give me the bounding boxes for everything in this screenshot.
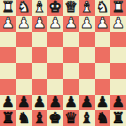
square-a3[interactable] <box>110 32 126 48</box>
square-g7[interactable]: ♟ <box>16 95 32 111</box>
square-e6[interactable] <box>47 79 63 95</box>
piece-white-pawn[interactable]: ♟ <box>33 16 46 31</box>
piece-white-knight[interactable]: ♞ <box>96 0 109 15</box>
square-a1[interactable]: ♜ <box>110 0 126 16</box>
piece-white-bishop[interactable]: ♝ <box>80 0 93 15</box>
piece-white-rook[interactable]: ♜ <box>1 0 14 15</box>
square-f8[interactable]: ♝ <box>32 110 48 126</box>
piece-white-king[interactable]: ♚ <box>48 0 61 15</box>
square-h2[interactable]: ♟ <box>0 16 16 32</box>
square-e7[interactable]: ♟ <box>47 95 63 111</box>
square-d7[interactable]: ♟ <box>63 95 79 111</box>
piece-black-rook[interactable]: ♜ <box>1 111 14 126</box>
square-h7[interactable]: ♟ <box>0 95 16 111</box>
square-g6[interactable] <box>16 79 32 95</box>
piece-black-pawn[interactable]: ♟ <box>1 95 14 110</box>
piece-white-knight[interactable]: ♞ <box>17 0 30 15</box>
square-c1[interactable]: ♝ <box>79 0 95 16</box>
piece-black-pawn[interactable]: ♟ <box>96 95 109 110</box>
square-c8[interactable]: ♝ <box>79 110 95 126</box>
square-g1[interactable]: ♞ <box>16 0 32 16</box>
square-c3[interactable] <box>79 32 95 48</box>
square-h8[interactable]: ♜ <box>0 110 16 126</box>
square-d2[interactable]: ♟ <box>63 16 79 32</box>
square-d3[interactable] <box>63 32 79 48</box>
square-g4[interactable] <box>16 47 32 63</box>
square-f7[interactable]: ♟ <box>32 95 48 111</box>
piece-black-pawn[interactable]: ♟ <box>17 95 30 110</box>
piece-black-bishop[interactable]: ♝ <box>80 111 93 126</box>
square-b7[interactable]: ♟ <box>95 95 111 111</box>
piece-black-pawn[interactable]: ♟ <box>80 95 93 110</box>
square-b8[interactable]: ♞ <box>95 110 111 126</box>
square-e2[interactable]: ♟ <box>47 16 63 32</box>
square-d8[interactable]: ♛ <box>63 110 79 126</box>
piece-white-rook[interactable]: ♜ <box>111 0 124 15</box>
square-a2[interactable]: ♟ <box>110 16 126 32</box>
square-b5[interactable] <box>95 63 111 79</box>
square-h5[interactable] <box>0 63 16 79</box>
square-c5[interactable] <box>79 63 95 79</box>
square-d4[interactable] <box>63 47 79 63</box>
square-c7[interactable]: ♟ <box>79 95 95 111</box>
piece-white-bishop[interactable]: ♝ <box>33 0 46 15</box>
piece-black-knight[interactable]: ♞ <box>17 111 30 126</box>
piece-white-pawn[interactable]: ♟ <box>64 16 77 31</box>
square-g5[interactable] <box>16 63 32 79</box>
square-b1[interactable]: ♞ <box>95 0 111 16</box>
piece-black-pawn[interactable]: ♟ <box>111 95 124 110</box>
square-g8[interactable]: ♞ <box>16 110 32 126</box>
square-h4[interactable] <box>0 47 16 63</box>
square-f4[interactable] <box>32 47 48 63</box>
square-a6[interactable] <box>110 79 126 95</box>
square-e8[interactable]: ♚ <box>47 110 63 126</box>
piece-black-king[interactable]: ♚ <box>48 111 61 126</box>
square-a7[interactable]: ♟ <box>110 95 126 111</box>
piece-black-pawn[interactable]: ♟ <box>48 95 61 110</box>
piece-white-pawn[interactable]: ♟ <box>111 16 124 31</box>
piece-white-pawn[interactable]: ♟ <box>1 16 14 31</box>
square-a8[interactable]: ♜ <box>110 110 126 126</box>
square-b6[interactable] <box>95 79 111 95</box>
square-f3[interactable] <box>32 32 48 48</box>
square-b3[interactable] <box>95 32 111 48</box>
square-h1[interactable]: ♜ <box>0 0 16 16</box>
piece-white-pawn[interactable]: ♟ <box>80 16 93 31</box>
piece-black-pawn[interactable]: ♟ <box>33 95 46 110</box>
square-g2[interactable]: ♟ <box>16 16 32 32</box>
square-h6[interactable] <box>0 79 16 95</box>
piece-black-bishop[interactable]: ♝ <box>33 111 46 126</box>
square-c6[interactable] <box>79 79 95 95</box>
square-e1[interactable]: ♚ <box>47 0 63 16</box>
square-d1[interactable]: ♛ <box>63 0 79 16</box>
piece-white-pawn[interactable]: ♟ <box>48 16 61 31</box>
square-c4[interactable] <box>79 47 95 63</box>
square-a4[interactable] <box>110 47 126 63</box>
square-b2[interactable]: ♟ <box>95 16 111 32</box>
piece-white-pawn[interactable]: ♟ <box>17 16 30 31</box>
square-f5[interactable] <box>32 63 48 79</box>
square-e4[interactable] <box>47 47 63 63</box>
square-e5[interactable] <box>47 63 63 79</box>
piece-white-queen[interactable]: ♛ <box>64 0 77 15</box>
piece-black-pawn[interactable]: ♟ <box>64 95 77 110</box>
square-d5[interactable] <box>63 63 79 79</box>
piece-black-queen[interactable]: ♛ <box>64 111 77 126</box>
square-a5[interactable] <box>110 63 126 79</box>
square-g3[interactable] <box>16 32 32 48</box>
square-f6[interactable] <box>32 79 48 95</box>
piece-black-knight[interactable]: ♞ <box>96 111 109 126</box>
piece-black-rook[interactable]: ♜ <box>111 111 124 126</box>
square-d6[interactable] <box>63 79 79 95</box>
square-c2[interactable]: ♟ <box>79 16 95 32</box>
square-f2[interactable]: ♟ <box>32 16 48 32</box>
square-h3[interactable] <box>0 32 16 48</box>
square-b4[interactable] <box>95 47 111 63</box>
square-f1[interactable]: ♝ <box>32 0 48 16</box>
chess-board: ♜♞♝♚♛♝♞♜♟♟♟♟♟♟♟♟♟♟♟♟♟♟♟♟♜♞♝♚♛♝♞♜ <box>0 0 126 126</box>
piece-white-pawn[interactable]: ♟ <box>96 16 109 31</box>
square-e3[interactable] <box>47 32 63 48</box>
